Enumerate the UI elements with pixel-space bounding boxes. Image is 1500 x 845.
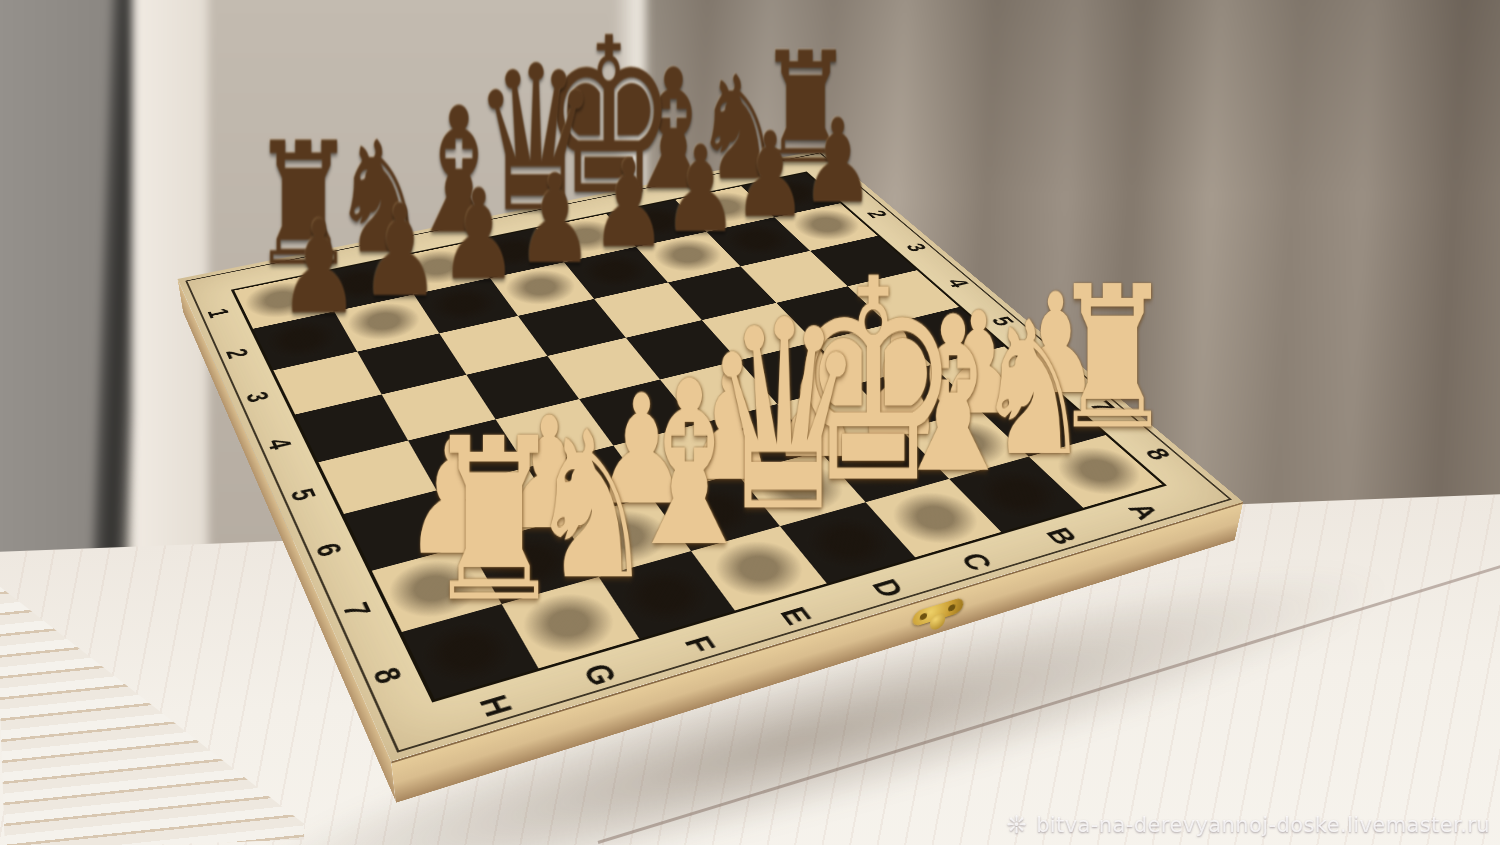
board-scene: 12345678 12345678 HGFEDCBA ♜♞♝♚♛♝♞♜♟♟♟♟♟… [0, 0, 1500, 845]
watermark-text: bitva-na-derevyannoj-doske.livemaster.ru [1036, 813, 1490, 837]
light-rook: ♜ [424, 416, 565, 629]
chess-board: 12345678 12345678 HGFEDCBA ♜♞♝♚♛♝♞♜♟♟♟♟♟… [177, 149, 1243, 761]
watermark: ❊ bitva-na-derevyannoj-doske.livemaster.… [1007, 811, 1490, 839]
snowflake-icon: ❊ [1007, 811, 1028, 839]
chess-set-photo: 12345678 12345678 HGFEDCBA ♜♞♝♚♛♝♞♜♟♟♟♟♟… [0, 0, 1500, 845]
